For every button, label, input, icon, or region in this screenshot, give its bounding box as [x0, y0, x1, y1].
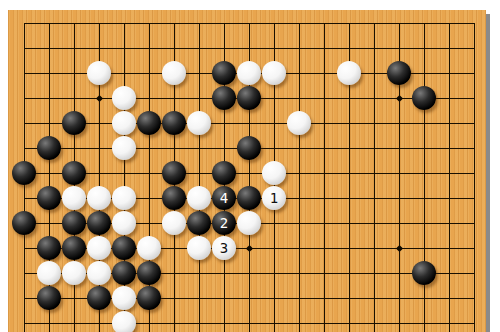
grid-lines: [24, 23, 475, 324]
go-diagram: 4123: [0, 0, 500, 332]
grid-lines-bottom-extension: [24, 324, 475, 332]
board-edge-shadow: [486, 14, 490, 332]
